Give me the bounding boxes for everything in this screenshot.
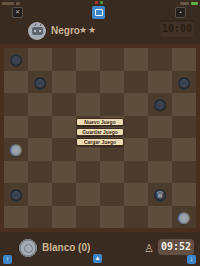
black-piece[interactable]: ● <box>4 48 28 71</box>
board-square-5-4[interactable] <box>100 161 124 184</box>
board-square-5-1[interactable] <box>28 161 52 184</box>
new-game-button[interactable]: Nuevo Juego <box>76 118 124 126</box>
board-square-4-7[interactable] <box>172 138 196 161</box>
black-piece[interactable]: ● <box>148 93 172 116</box>
move-indicator-icon: ♙ <box>144 241 154 255</box>
board-square-7-3[interactable] <box>76 206 100 229</box>
recording-indicator-icon <box>95 1 98 4</box>
black-piece[interactable]: ● <box>28 71 52 94</box>
disc-ring-icon <box>24 244 33 253</box>
black-player-bar: Negro ★★ 10:00 <box>0 18 200 44</box>
board-square-6-2[interactable] <box>52 183 76 206</box>
status-carrier-icon <box>16 2 20 5</box>
board-square-2-6[interactable]: ● <box>148 93 172 116</box>
board-square-4-2[interactable] <box>52 138 76 161</box>
robot-avatar <box>28 22 46 40</box>
status-battery-percent <box>180 2 189 5</box>
black-clock: 10:00 <box>159 20 195 37</box>
battery-icon <box>191 2 198 5</box>
white-piece-avatar <box>19 239 37 257</box>
white-player-name: Blanco (0) <box>42 242 90 253</box>
board-square-6-6[interactable]: ●♛ <box>148 183 172 206</box>
close-marker-icon[interactable]: ✕ <box>12 7 23 18</box>
board-square-6-0[interactable]: ● <box>4 183 28 206</box>
board-square-4-0[interactable]: ● <box>4 138 28 161</box>
board-square-3-6[interactable] <box>148 116 172 139</box>
white-piece[interactable]: ● <box>172 206 196 229</box>
board-square-1-2[interactable] <box>52 71 76 94</box>
board-square-1-3[interactable] <box>76 71 100 94</box>
board-square-0-6[interactable] <box>148 48 172 71</box>
board-square-5-3[interactable] <box>76 161 100 184</box>
board-square-2-0[interactable] <box>4 93 28 116</box>
black-piece[interactable]: ● <box>172 71 196 94</box>
board-square-0-2[interactable] <box>52 48 76 71</box>
board-square-4-5[interactable] <box>124 138 148 161</box>
black-player-name: Negro <box>51 25 80 36</box>
robot-face-icon <box>32 27 43 35</box>
board-square-2-3[interactable] <box>76 93 100 116</box>
corner-marker-icon[interactable]: • <box>175 7 186 18</box>
board-square-2-4[interactable] <box>100 93 124 116</box>
board-square-0-4[interactable] <box>100 48 124 71</box>
board-square-7-2[interactable] <box>52 206 76 229</box>
board-square-2-7[interactable] <box>172 93 196 116</box>
board-square-3-1[interactable] <box>28 116 52 139</box>
difficulty-stars: ★★ <box>79 25 97 35</box>
board-square-2-5[interactable] <box>124 93 148 116</box>
board-square-7-5[interactable] <box>124 206 148 229</box>
board-square-2-2[interactable] <box>52 93 76 116</box>
board-square-4-6[interactable] <box>148 138 172 161</box>
board-square-0-3[interactable] <box>76 48 100 71</box>
board-square-5-2[interactable] <box>52 161 76 184</box>
game-menu: Nuevo Juego Guardar Juego Cargar Juego <box>76 118 124 146</box>
save-game-button[interactable]: Guardar Juego <box>76 128 124 136</box>
mic-indicator-icon <box>100 1 103 4</box>
board-square-2-1[interactable] <box>28 93 52 116</box>
board-square-6-3[interactable] <box>76 183 100 206</box>
board-square-7-4[interactable] <box>100 206 124 229</box>
king-crown-icon: ♛ <box>148 183 172 206</box>
board-square-6-5[interactable] <box>124 183 148 206</box>
board-square-7-7[interactable]: ● <box>172 206 196 229</box>
board-square-7-1[interactable] <box>28 206 52 229</box>
peak-marker-icon[interactable]: ▲ <box>93 254 102 263</box>
board-square-3-2[interactable] <box>52 116 76 139</box>
arrow-up-marker-icon[interactable]: ↑ <box>3 255 12 264</box>
board-square-4-1[interactable] <box>28 138 52 161</box>
board-square-1-7[interactable]: ● <box>172 71 196 94</box>
robot-antenna-icon <box>35 24 41 26</box>
board-square-6-1[interactable] <box>28 183 52 206</box>
load-game-button[interactable]: Cargar Juego <box>76 138 124 146</box>
white-piece[interactable]: ● <box>4 138 28 161</box>
board-square-1-0[interactable] <box>4 71 28 94</box>
board-square-0-0[interactable]: ● <box>4 48 28 71</box>
board-square-1-1[interactable]: ● <box>28 71 52 94</box>
board-square-5-7[interactable] <box>172 161 196 184</box>
window-icon <box>95 9 103 16</box>
board-square-6-4[interactable] <box>100 183 124 206</box>
board-square-1-4[interactable] <box>100 71 124 94</box>
board-square-3-5[interactable] <box>124 116 148 139</box>
board-square-5-5[interactable] <box>124 161 148 184</box>
board-square-1-5[interactable] <box>124 71 148 94</box>
arrow-down-marker-icon[interactable]: ↓ <box>187 255 196 264</box>
checkers-app: ✕ • Negro ★★ 10:00 ●●●●●●●♛● Nuevo Juego… <box>0 0 200 266</box>
board-square-7-0[interactable] <box>4 206 28 229</box>
black-piece[interactable]: ● <box>4 183 28 206</box>
board-square-0-5[interactable] <box>124 48 148 71</box>
white-clock: 09:52 <box>158 239 194 255</box>
status-time <box>2 2 14 5</box>
board-square-3-7[interactable] <box>172 116 196 139</box>
board-square-7-6[interactable] <box>148 206 172 229</box>
